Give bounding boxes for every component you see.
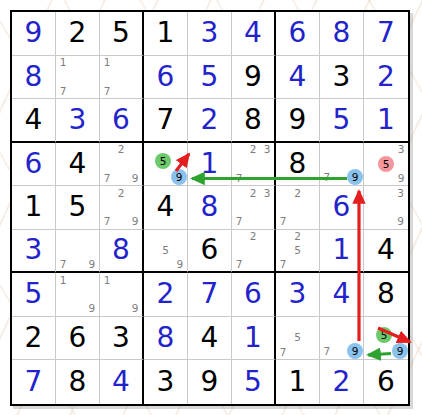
candidate-3: 3 xyxy=(393,186,408,200)
candidate-2: 2 xyxy=(114,186,128,200)
candidate-5: 5 xyxy=(376,327,392,343)
candidate-grid: 237 xyxy=(232,186,274,229)
candidate-grid: 359 xyxy=(364,143,408,186)
empty-candidate-slot xyxy=(393,200,408,214)
empty-candidate-slot xyxy=(70,257,84,271)
cell-r5c8[interactable]: 6 xyxy=(320,186,364,230)
given-digit: 4 xyxy=(56,143,99,186)
empty-candidate-slot xyxy=(320,156,334,169)
empty-candidate-slot xyxy=(376,317,392,328)
cell-r2c2[interactable]: 17 xyxy=(56,56,100,100)
empty-candidate-slot xyxy=(260,200,274,214)
empty-candidate-slot xyxy=(232,186,246,200)
empty-candidate-slot xyxy=(70,70,84,84)
empty-candidate-slot xyxy=(334,317,348,330)
cell-r8c5[interactable]: 4 xyxy=(188,317,232,361)
cell-r9c8[interactable]: 2 xyxy=(320,360,364,404)
empty-candidate-slot xyxy=(246,257,260,271)
solved-digit: 5 xyxy=(12,273,55,316)
cell-r4c3[interactable]: 279 xyxy=(100,143,144,187)
candidate-grid: 79 xyxy=(320,317,363,360)
cell-r8c2[interactable]: 6 xyxy=(56,317,100,361)
cell-r9c3[interactable]: 4 xyxy=(100,360,144,404)
solved-digit: 1 xyxy=(232,317,274,360)
candidate-2: 2 xyxy=(246,230,260,244)
cell-r7c3[interactable]: 19 xyxy=(100,273,144,317)
empty-candidate-slot xyxy=(305,214,319,228)
cell-r1c5[interactable]: 3 xyxy=(188,12,232,56)
solved-digit: 5 xyxy=(320,99,363,141)
candidate-7: 7 xyxy=(276,257,290,271)
empty-candidate-slot xyxy=(232,143,246,157)
cell-r4c2[interactable]: 4 xyxy=(56,143,100,187)
cell-r3c9[interactable]: 1 xyxy=(364,99,408,143)
empty-candidate-slot xyxy=(114,56,128,70)
cell-r3c7[interactable]: 9 xyxy=(276,99,320,143)
empty-candidate-slot xyxy=(260,230,274,244)
empty-candidate-slot xyxy=(100,70,114,84)
candidate-grid: 279 xyxy=(100,186,142,229)
cell-r7c9[interactable]: 8 xyxy=(364,273,408,317)
empty-candidate-slot xyxy=(394,156,408,172)
given-digit: 1 xyxy=(276,360,319,404)
empty-candidate-slot xyxy=(128,70,142,84)
solved-digit: 2 xyxy=(320,360,363,404)
solved-digit: 2 xyxy=(144,273,187,316)
empty-candidate-slot xyxy=(305,257,319,271)
candidate-grid: 17 xyxy=(100,56,142,99)
solved-digit: 4 xyxy=(320,273,363,316)
empty-candidate-slot xyxy=(320,143,334,156)
given-digit: 3 xyxy=(100,317,142,360)
given-digit: 3 xyxy=(320,56,363,99)
candidate-5: 5 xyxy=(155,153,171,169)
empty-candidate-slot xyxy=(246,171,260,185)
given-digit: 6 xyxy=(188,230,231,272)
cell-r5c2[interactable]: 5 xyxy=(56,186,100,230)
empty-candidate-slot xyxy=(158,230,172,244)
empty-candidate-slot xyxy=(128,287,142,301)
candidate-2: 2 xyxy=(246,186,260,200)
candidate-grid: 17 xyxy=(56,56,99,99)
cell-r8c1[interactable]: 2 xyxy=(12,317,56,361)
cell-r5c4[interactable]: 4 xyxy=(144,186,188,230)
candidate-7: 7 xyxy=(100,84,114,98)
cell-r4c9[interactable]: 359 xyxy=(364,143,408,187)
candidate-grid: 237 xyxy=(232,143,274,186)
candidate-7: 7 xyxy=(320,343,334,359)
cell-r5c1[interactable]: 1 xyxy=(12,186,56,230)
candidate-grid: 19 xyxy=(56,273,99,316)
cell-r6c1[interactable]: 3 xyxy=(12,230,56,274)
empty-candidate-slot xyxy=(144,153,155,169)
empty-candidate-slot xyxy=(100,301,114,315)
cell-r6c8[interactable]: 1 xyxy=(320,230,364,274)
given-digit: 9 xyxy=(188,360,231,404)
empty-candidate-slot xyxy=(114,287,128,301)
empty-candidate-slot xyxy=(260,257,274,271)
given-digit: 4 xyxy=(188,317,231,360)
solved-digit: 4 xyxy=(232,12,274,55)
empty-candidate-slot xyxy=(114,273,128,287)
empty-candidate-slot xyxy=(114,70,128,84)
empty-candidate-slot xyxy=(276,243,290,257)
empty-candidate-slot xyxy=(56,230,70,244)
candidate-grid: 59 xyxy=(144,143,187,186)
cell-r9c6[interactable]: 5 xyxy=(232,360,276,404)
cell-r9c2[interactable]: 8 xyxy=(56,360,100,404)
candidate-9: 9 xyxy=(173,257,187,271)
empty-candidate-slot xyxy=(305,230,319,244)
cell-r3c1[interactable]: 4 xyxy=(12,99,56,143)
empty-candidate-slot xyxy=(232,200,246,214)
empty-candidate-slot xyxy=(364,143,378,156)
cell-r2c4[interactable]: 6 xyxy=(144,56,188,100)
given-digit: 4 xyxy=(364,230,408,272)
candidate-2: 2 xyxy=(290,186,304,200)
empty-candidate-slot xyxy=(378,143,394,156)
cell-r5c3[interactable]: 279 xyxy=(100,186,144,230)
empty-candidate-slot xyxy=(334,330,348,343)
empty-candidate-slot xyxy=(305,331,319,345)
empty-candidate-slot xyxy=(376,343,392,359)
empty-candidate-slot xyxy=(276,230,290,244)
empty-candidate-slot xyxy=(144,243,158,257)
candidate-7: 7 xyxy=(320,169,334,185)
solved-digit: 2 xyxy=(188,99,231,141)
cell-r3c2[interactable]: 3 xyxy=(56,99,100,143)
candidate-grid: 79 xyxy=(320,143,363,186)
given-digit: 4 xyxy=(12,99,55,141)
empty-candidate-slot xyxy=(392,317,408,328)
candidate-9: 9 xyxy=(394,172,408,185)
empty-candidate-slot xyxy=(114,157,128,171)
empty-candidate-slot xyxy=(85,243,99,257)
empty-candidate-slot xyxy=(347,330,363,343)
cell-r2c5[interactable]: 5 xyxy=(188,56,232,100)
solved-digit: 2 xyxy=(364,56,408,99)
candidate-9: 9 xyxy=(128,214,142,228)
empty-candidate-slot xyxy=(70,273,84,287)
empty-candidate-slot xyxy=(85,273,99,287)
empty-candidate-slot xyxy=(56,301,70,315)
cell-r9c5[interactable]: 9 xyxy=(188,360,232,404)
empty-candidate-slot xyxy=(320,330,334,343)
cell-r5c6[interactable]: 237 xyxy=(232,186,276,230)
sudoku-board: 9251346878171765943243672895164279591237… xyxy=(10,10,410,406)
cell-r3c6[interactable]: 8 xyxy=(232,99,276,143)
cell-r2c9[interactable]: 2 xyxy=(364,56,408,100)
candidate-9: 9 xyxy=(393,214,408,228)
empty-candidate-slot xyxy=(85,287,99,301)
empty-candidate-slot xyxy=(347,317,363,330)
empty-candidate-slot xyxy=(70,84,84,98)
empty-candidate-slot xyxy=(114,200,128,214)
given-digit: 1 xyxy=(12,186,55,229)
empty-candidate-slot xyxy=(70,301,84,315)
candidate-grid: 59 xyxy=(364,317,408,360)
cell-r6c4[interactable]: 59 xyxy=(144,230,188,274)
cell-r5c7[interactable]: 27 xyxy=(276,186,320,230)
empty-candidate-slot xyxy=(114,301,128,315)
empty-candidate-slot xyxy=(85,230,99,244)
candidate-grid: 57 xyxy=(276,317,319,360)
green-highlighted-candidate-5: 5 xyxy=(155,153,171,169)
cell-r4c6[interactable]: 237 xyxy=(232,143,276,187)
solved-digit: 8 xyxy=(100,230,142,272)
empty-candidate-slot xyxy=(305,345,319,359)
candidate-5: 5 xyxy=(378,156,394,172)
cell-r7c8[interactable]: 4 xyxy=(320,273,364,317)
candidate-7: 7 xyxy=(56,257,70,271)
empty-candidate-slot xyxy=(392,327,408,343)
given-digit: 8 xyxy=(276,143,319,186)
candidate-grid: 257 xyxy=(276,230,319,272)
empty-candidate-slot xyxy=(246,243,260,257)
cell-r9c1[interactable]: 7 xyxy=(12,360,56,404)
cell-r6c9[interactable]: 4 xyxy=(364,230,408,274)
cell-r1c2[interactable]: 2 xyxy=(56,12,100,56)
candidate-1: 1 xyxy=(100,273,114,287)
cell-r5c5[interactable]: 8 xyxy=(188,186,232,230)
cell-r7c2[interactable]: 19 xyxy=(56,273,100,317)
solved-digit: 4 xyxy=(100,360,142,404)
cell-r8c9[interactable]: 59 xyxy=(364,317,408,361)
empty-candidate-slot xyxy=(70,56,84,70)
given-digit: 8 xyxy=(56,360,99,404)
empty-candidate-slot xyxy=(305,317,319,331)
empty-candidate-slot xyxy=(246,214,260,228)
candidate-2: 2 xyxy=(290,230,304,244)
cell-r5c9[interactable]: 39 xyxy=(364,186,408,230)
cell-r8c3[interactable]: 3 xyxy=(100,317,144,361)
candidate-9: 9 xyxy=(171,169,187,185)
cell-r2c1[interactable]: 8 xyxy=(12,56,56,100)
empty-candidate-slot xyxy=(364,200,379,214)
empty-candidate-slot xyxy=(100,186,114,200)
cell-r2c7[interactable]: 4 xyxy=(276,56,320,100)
empty-candidate-slot xyxy=(56,243,70,257)
empty-candidate-slot xyxy=(290,257,304,271)
empty-candidate-slot xyxy=(364,343,376,359)
candidate-1: 1 xyxy=(56,56,70,70)
empty-candidate-slot xyxy=(114,84,128,98)
empty-candidate-slot xyxy=(347,156,363,169)
cell-r7c6[interactable]: 6 xyxy=(232,273,276,317)
cell-r7c5[interactable]: 7 xyxy=(188,273,232,317)
empty-candidate-slot xyxy=(70,243,84,257)
empty-candidate-slot xyxy=(379,186,394,200)
empty-candidate-slot xyxy=(260,157,274,171)
cell-r8c6[interactable]: 1 xyxy=(232,317,276,361)
candidate-9: 9 xyxy=(85,301,99,315)
cell-r6c2[interactable]: 79 xyxy=(56,230,100,274)
empty-candidate-slot xyxy=(260,171,274,185)
given-digit: 5 xyxy=(56,186,99,229)
cell-r9c7[interactable]: 1 xyxy=(276,360,320,404)
blue-highlighted-candidate-9: 9 xyxy=(171,169,187,185)
cell-r3c5[interactable]: 2 xyxy=(188,99,232,143)
candidate-7: 7 xyxy=(100,171,114,185)
candidate-grid: 27 xyxy=(276,186,319,229)
empty-candidate-slot xyxy=(128,273,142,287)
empty-candidate-slot xyxy=(114,214,128,228)
cell-r7c1[interactable]: 5 xyxy=(12,273,56,317)
solved-digit: 6 xyxy=(232,273,274,316)
solved-digit: 1 xyxy=(364,99,408,141)
candidate-grid: 39 xyxy=(364,186,408,229)
candidate-grid: 279 xyxy=(100,143,142,186)
empty-candidate-slot xyxy=(334,156,348,169)
cell-r1c1[interactable]: 9 xyxy=(12,12,56,56)
given-digit: 4 xyxy=(144,186,187,229)
candidate-9: 9 xyxy=(85,257,99,271)
candidate-7: 7 xyxy=(276,214,290,228)
empty-candidate-slot xyxy=(276,200,290,214)
cell-r6c5[interactable]: 6 xyxy=(188,230,232,274)
given-digit: 3 xyxy=(144,360,187,404)
cell-r4c4[interactable]: 59 xyxy=(144,143,188,187)
empty-candidate-slot xyxy=(246,157,260,171)
empty-candidate-slot xyxy=(334,169,348,185)
empty-candidate-slot xyxy=(70,230,84,244)
empty-candidate-slot xyxy=(305,186,319,200)
solved-digit: 3 xyxy=(276,273,319,316)
given-digit: 9 xyxy=(276,99,319,141)
pink-highlighted-candidate-5: 5 xyxy=(378,156,394,172)
empty-candidate-slot xyxy=(85,84,99,98)
empty-candidate-slot xyxy=(232,243,246,257)
empty-candidate-slot xyxy=(173,243,187,257)
empty-candidate-slot xyxy=(320,317,334,330)
cell-r4c1[interactable]: 6 xyxy=(12,143,56,187)
candidate-7: 7 xyxy=(56,84,70,98)
solved-digit: 6 xyxy=(144,56,187,99)
empty-candidate-slot xyxy=(128,84,142,98)
candidate-5: 5 xyxy=(290,243,304,257)
solved-digit: 6 xyxy=(276,12,319,55)
candidate-9: 9 xyxy=(347,343,363,359)
solved-digit: 3 xyxy=(188,12,231,55)
candidate-3: 3 xyxy=(394,143,408,156)
empty-candidate-slot xyxy=(171,153,187,169)
cell-r6c6[interactable]: 27 xyxy=(232,230,276,274)
empty-candidate-slot xyxy=(364,172,378,185)
empty-candidate-slot xyxy=(128,186,142,200)
empty-candidate-slot xyxy=(100,143,114,157)
solved-digit: 1 xyxy=(188,143,231,186)
empty-candidate-slot xyxy=(334,343,348,359)
candidate-grid: 19 xyxy=(100,273,142,316)
candidate-5: 5 xyxy=(158,243,172,257)
candidate-7: 7 xyxy=(232,214,246,228)
cell-r7c7[interactable]: 3 xyxy=(276,273,320,317)
given-digit: 6 xyxy=(364,360,408,404)
empty-candidate-slot xyxy=(305,200,319,214)
cell-r3c3[interactable]: 6 xyxy=(100,99,144,143)
empty-candidate-slot xyxy=(290,345,304,359)
empty-candidate-slot xyxy=(171,143,187,154)
cell-r8c8[interactable]: 79 xyxy=(320,317,364,361)
empty-candidate-slot xyxy=(173,230,187,244)
empty-candidate-slot xyxy=(305,243,319,257)
cell-r8c4[interactable]: 8 xyxy=(144,317,188,361)
cell-r6c7[interactable]: 257 xyxy=(276,230,320,274)
empty-candidate-slot xyxy=(364,156,378,172)
candidate-9: 9 xyxy=(392,343,408,359)
solved-digit: 3 xyxy=(12,230,55,272)
empty-candidate-slot xyxy=(232,230,246,244)
empty-candidate-slot xyxy=(260,214,274,228)
empty-candidate-slot xyxy=(128,56,142,70)
empty-candidate-slot xyxy=(85,56,99,70)
candidate-7: 7 xyxy=(100,214,114,228)
empty-candidate-slot xyxy=(290,317,304,331)
candidate-5: 5 xyxy=(290,331,304,345)
cell-r3c8[interactable]: 5 xyxy=(320,99,364,143)
cell-r1c8[interactable]: 8 xyxy=(320,12,364,56)
cell-r2c6[interactable]: 9 xyxy=(232,56,276,100)
given-digit: 2 xyxy=(56,12,99,55)
empty-candidate-slot xyxy=(128,143,142,157)
cell-r7c4[interactable]: 2 xyxy=(144,273,188,317)
candidate-2: 2 xyxy=(114,143,128,157)
cell-r2c8[interactable]: 3 xyxy=(320,56,364,100)
cell-r1c6[interactable]: 4 xyxy=(232,12,276,56)
empty-candidate-slot xyxy=(128,157,142,171)
empty-candidate-slot xyxy=(100,157,114,171)
solved-digit: 8 xyxy=(144,317,187,360)
cell-r1c9[interactable]: 7 xyxy=(364,12,408,56)
empty-candidate-slot xyxy=(290,200,304,214)
empty-candidate-slot xyxy=(155,143,171,154)
cell-r4c7[interactable]: 8 xyxy=(276,143,320,187)
given-digit: 1 xyxy=(144,12,187,55)
given-digit: 5 xyxy=(100,12,142,55)
given-digit: 2 xyxy=(12,317,55,360)
given-digit: 9 xyxy=(232,56,274,99)
solved-digit: 9 xyxy=(12,12,55,55)
empty-candidate-slot xyxy=(56,70,70,84)
empty-candidate-slot xyxy=(100,200,114,214)
empty-candidate-slot xyxy=(364,214,379,228)
empty-candidate-slot xyxy=(144,169,155,185)
solved-digit: 5 xyxy=(188,56,231,99)
cell-r4c8[interactable]: 79 xyxy=(320,143,364,187)
cell-r4c5[interactable]: 1 xyxy=(188,143,232,187)
candidate-7: 7 xyxy=(232,257,246,271)
cell-r9c9[interactable]: 6 xyxy=(364,360,408,404)
empty-candidate-slot xyxy=(246,200,260,214)
cell-r2c3[interactable]: 17 xyxy=(100,56,144,100)
cell-r6c3[interactable]: 8 xyxy=(100,230,144,274)
empty-candidate-slot xyxy=(347,143,363,156)
cell-r3c4[interactable]: 7 xyxy=(144,99,188,143)
candidate-9: 9 xyxy=(128,171,142,185)
solved-digit: 4 xyxy=(276,56,319,99)
empty-candidate-slot xyxy=(85,70,99,84)
cell-r8c7[interactable]: 57 xyxy=(276,317,320,361)
empty-candidate-slot xyxy=(334,143,348,156)
cell-r1c7[interactable]: 6 xyxy=(276,12,320,56)
empty-candidate-slot xyxy=(260,243,274,257)
candidate-1: 1 xyxy=(100,56,114,70)
empty-candidate-slot xyxy=(155,169,171,185)
cell-r1c4[interactable]: 1 xyxy=(144,12,188,56)
cell-r1c3[interactable]: 5 xyxy=(100,12,144,56)
cell-r9c4[interactable]: 3 xyxy=(144,360,188,404)
page: { "game": "sudoku", "position": "9251346… xyxy=(0,0,422,415)
